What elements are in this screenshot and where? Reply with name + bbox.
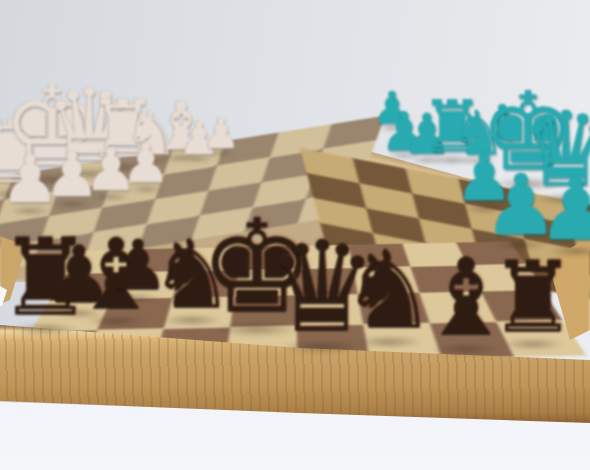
photo-scene: ♜♚♛♜♞♝♟♟♟♟♟♟♟♟♟♜♞♝♚♛♟♟♟♜♟♝♟♞♚♛♞♝♜ <box>0 0 590 470</box>
pieces-layer: ♜♚♛♜♞♝♟♟♟♟♟♟♟♟♟♜♞♝♚♛♟♟♟♜♟♝♟♞♚♛♞♝♜ <box>0 0 590 470</box>
dark-rook[interactable]: ♜ <box>489 248 577 346</box>
white-pawn[interactable]: ♟ <box>122 137 170 191</box>
white-pawn[interactable]: ♟ <box>202 113 240 155</box>
